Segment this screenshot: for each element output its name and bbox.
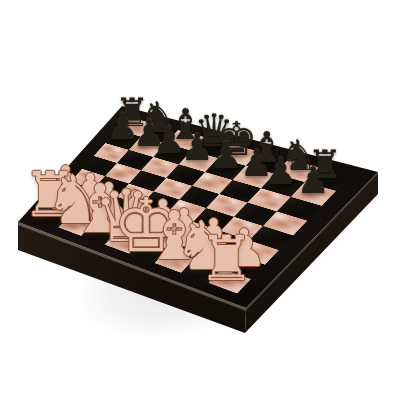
piece-black-pawn-e7[interactable]: ♟ xyxy=(210,137,243,174)
product-photo: ♜♞♝♛♚♝♞♜♟♟♟♟♟♟♟♟♟♟♟♟♟♟♟♟♜♞♝♛♚♝♞♜ xyxy=(0,0,400,400)
piece-white-rook-h1[interactable]: ♜ xyxy=(199,228,255,290)
piece-black-pawn-h7[interactable]: ♟ xyxy=(297,162,330,199)
piece-black-pawn-g7[interactable]: ♟ xyxy=(264,153,297,190)
